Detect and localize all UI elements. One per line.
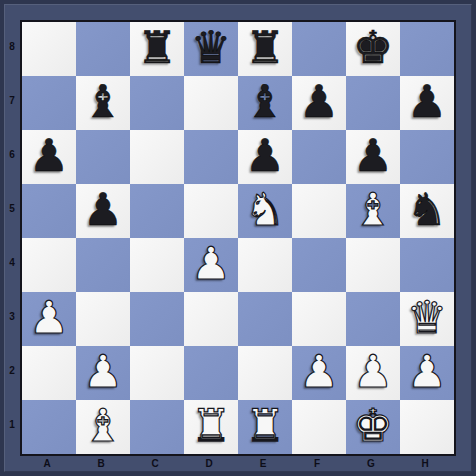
file-labels: ABCDEFGH bbox=[20, 456, 456, 472]
square-f7[interactable]: ♟ bbox=[292, 76, 346, 130]
black-bishop[interactable]: ♝ bbox=[238, 76, 292, 130]
white-pawn[interactable]: ♟ bbox=[22, 292, 76, 346]
file-label-e: E bbox=[236, 456, 290, 472]
square-g1[interactable]: ♚ bbox=[346, 400, 400, 454]
square-h8[interactable] bbox=[400, 22, 454, 76]
square-h6[interactable] bbox=[400, 130, 454, 184]
file-label-d: D bbox=[182, 456, 236, 472]
square-c8[interactable]: ♜ bbox=[130, 22, 184, 76]
square-a3[interactable]: ♟ bbox=[22, 292, 76, 346]
square-d2[interactable] bbox=[184, 346, 238, 400]
square-a1[interactable] bbox=[22, 400, 76, 454]
white-rook[interactable]: ♜ bbox=[238, 400, 292, 454]
square-g8[interactable]: ♚ bbox=[346, 22, 400, 76]
square-d6[interactable] bbox=[184, 130, 238, 184]
white-bishop[interactable]: ♝ bbox=[346, 184, 400, 238]
square-b5[interactable]: ♟ bbox=[76, 184, 130, 238]
square-b1[interactable]: ♝ bbox=[76, 400, 130, 454]
square-e3[interactable] bbox=[238, 292, 292, 346]
square-c4[interactable] bbox=[130, 238, 184, 292]
square-h7[interactable]: ♟ bbox=[400, 76, 454, 130]
black-pawn[interactable]: ♟ bbox=[238, 130, 292, 184]
rank-label-8: 8 bbox=[4, 20, 20, 74]
white-knight[interactable]: ♞ bbox=[238, 184, 292, 238]
square-b4[interactable] bbox=[76, 238, 130, 292]
square-a4[interactable] bbox=[22, 238, 76, 292]
white-pawn[interactable]: ♟ bbox=[76, 346, 130, 400]
black-bishop[interactable]: ♝ bbox=[76, 76, 130, 130]
square-d5[interactable] bbox=[184, 184, 238, 238]
square-a8[interactable] bbox=[22, 22, 76, 76]
black-pawn[interactable]: ♟ bbox=[76, 184, 130, 238]
square-g3[interactable] bbox=[346, 292, 400, 346]
square-c6[interactable] bbox=[130, 130, 184, 184]
rank-label-3: 3 bbox=[4, 290, 20, 344]
square-f4[interactable] bbox=[292, 238, 346, 292]
chess-board-frame: 87654321 ♜♛♜♚♝♝♟♟♟♟♟♟♞♝♞♟♟♛♟♟♟♟♝♜♜♚ ABCD… bbox=[0, 0, 476, 476]
square-e6[interactable]: ♟ bbox=[238, 130, 292, 184]
square-g5[interactable]: ♝ bbox=[346, 184, 400, 238]
square-e1[interactable]: ♜ bbox=[238, 400, 292, 454]
square-f6[interactable] bbox=[292, 130, 346, 184]
square-g2[interactable]: ♟ bbox=[346, 346, 400, 400]
square-d3[interactable] bbox=[184, 292, 238, 346]
square-c2[interactable] bbox=[130, 346, 184, 400]
file-label-h: H bbox=[398, 456, 452, 472]
square-b2[interactable]: ♟ bbox=[76, 346, 130, 400]
white-pawn[interactable]: ♟ bbox=[292, 346, 346, 400]
square-e7[interactable]: ♝ bbox=[238, 76, 292, 130]
square-e4[interactable] bbox=[238, 238, 292, 292]
square-c5[interactable] bbox=[130, 184, 184, 238]
square-b3[interactable] bbox=[76, 292, 130, 346]
file-label-a: A bbox=[20, 456, 74, 472]
file-label-b: B bbox=[74, 456, 128, 472]
black-queen[interactable]: ♛ bbox=[184, 22, 238, 76]
square-h2[interactable]: ♟ bbox=[400, 346, 454, 400]
file-label-g: G bbox=[344, 456, 398, 472]
white-bishop[interactable]: ♝ bbox=[76, 400, 130, 454]
rank-label-4: 4 bbox=[4, 236, 20, 290]
rank-label-7: 7 bbox=[4, 74, 20, 128]
black-pawn[interactable]: ♟ bbox=[292, 76, 346, 130]
square-f1[interactable] bbox=[292, 400, 346, 454]
black-pawn[interactable]: ♟ bbox=[346, 130, 400, 184]
square-c1[interactable] bbox=[130, 400, 184, 454]
square-a5[interactable] bbox=[22, 184, 76, 238]
white-pawn[interactable]: ♟ bbox=[400, 346, 454, 400]
black-knight[interactable]: ♞ bbox=[400, 184, 454, 238]
square-c7[interactable] bbox=[130, 76, 184, 130]
chess-board: ♜♛♜♚♝♝♟♟♟♟♟♟♞♝♞♟♟♛♟♟♟♟♝♜♜♚ bbox=[20, 20, 456, 456]
rank-label-5: 5 bbox=[4, 182, 20, 236]
rank-labels: 87654321 bbox=[4, 20, 20, 452]
square-f8[interactable] bbox=[292, 22, 346, 76]
square-h3[interactable]: ♛ bbox=[400, 292, 454, 346]
black-rook[interactable]: ♜ bbox=[238, 22, 292, 76]
square-b6[interactable] bbox=[76, 130, 130, 184]
white-rook[interactable]: ♜ bbox=[184, 400, 238, 454]
square-d4[interactable]: ♟ bbox=[184, 238, 238, 292]
square-d8[interactable]: ♛ bbox=[184, 22, 238, 76]
black-pawn[interactable]: ♟ bbox=[22, 130, 76, 184]
rank-label-6: 6 bbox=[4, 128, 20, 182]
square-a6[interactable]: ♟ bbox=[22, 130, 76, 184]
square-e5[interactable]: ♞ bbox=[238, 184, 292, 238]
white-pawn[interactable]: ♟ bbox=[184, 238, 238, 292]
square-a7[interactable] bbox=[22, 76, 76, 130]
square-b8[interactable] bbox=[76, 22, 130, 76]
square-a2[interactable] bbox=[22, 346, 76, 400]
square-h5[interactable]: ♞ bbox=[400, 184, 454, 238]
file-label-f: F bbox=[290, 456, 344, 472]
square-e8[interactable]: ♜ bbox=[238, 22, 292, 76]
black-rook[interactable]: ♜ bbox=[130, 22, 184, 76]
white-king[interactable]: ♚ bbox=[346, 400, 400, 454]
square-d1[interactable]: ♜ bbox=[184, 400, 238, 454]
square-g4[interactable] bbox=[346, 238, 400, 292]
file-label-c: C bbox=[128, 456, 182, 472]
square-f5[interactable] bbox=[292, 184, 346, 238]
rank-label-1: 1 bbox=[4, 398, 20, 452]
black-pawn[interactable]: ♟ bbox=[400, 76, 454, 130]
square-h4[interactable] bbox=[400, 238, 454, 292]
square-c3[interactable] bbox=[130, 292, 184, 346]
square-g7[interactable] bbox=[346, 76, 400, 130]
square-e2[interactable] bbox=[238, 346, 292, 400]
square-f2[interactable]: ♟ bbox=[292, 346, 346, 400]
square-b7[interactable]: ♝ bbox=[76, 76, 130, 130]
rank-label-2: 2 bbox=[4, 344, 20, 398]
white-pawn[interactable]: ♟ bbox=[346, 346, 400, 400]
white-queen[interactable]: ♛ bbox=[400, 292, 454, 346]
square-g6[interactable]: ♟ bbox=[346, 130, 400, 184]
square-d7[interactable] bbox=[184, 76, 238, 130]
square-h1[interactable] bbox=[400, 400, 454, 454]
square-f3[interactable] bbox=[292, 292, 346, 346]
black-king[interactable]: ♚ bbox=[346, 22, 400, 76]
